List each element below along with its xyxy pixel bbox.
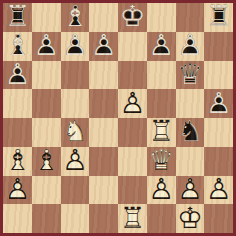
white-pawn-outline-icon: ♙ <box>147 176 176 205</box>
square-a6[interactable]: ♟♙ <box>3 61 32 90</box>
square-b1[interactable] <box>32 204 61 233</box>
white-pawn-e5[interactable]: ♟♙ <box>118 89 147 118</box>
square-e3[interactable] <box>118 147 147 176</box>
black-pawn-a6[interactable]: ♟♙ <box>3 61 32 90</box>
white-pawn-outline-icon: ♙ <box>204 176 233 205</box>
square-a1[interactable] <box>3 204 32 233</box>
square-d2[interactable] <box>89 176 118 205</box>
white-pawn-a2[interactable]: ♟♙ <box>3 176 32 205</box>
black-pawn-f7[interactable]: ♟♙ <box>147 32 176 61</box>
black-pawn-outline-icon: ♙ <box>32 32 61 61</box>
square-d5[interactable] <box>89 89 118 118</box>
black-pawn-outline-icon: ♙ <box>147 32 176 61</box>
square-f1[interactable] <box>147 204 176 233</box>
square-c3[interactable]: ♟♙ <box>61 147 90 176</box>
square-b3[interactable]: ♝♗ <box>32 147 61 176</box>
square-g1[interactable]: ♚♔ <box>176 204 205 233</box>
square-d1[interactable] <box>89 204 118 233</box>
black-queen-g6[interactable]: ♛♕ <box>176 61 205 90</box>
square-h4[interactable] <box>204 118 233 147</box>
black-king-outline-icon: ♔ <box>118 3 147 32</box>
white-bishop-outline-icon: ♗ <box>32 147 61 176</box>
square-e8[interactable]: ♚♔ <box>118 3 147 32</box>
square-d7[interactable]: ♟♙ <box>89 32 118 61</box>
square-a2[interactable]: ♟♙ <box>3 176 32 205</box>
square-f2[interactable]: ♟♙ <box>147 176 176 205</box>
white-pawn-c3[interactable]: ♟♙ <box>61 147 90 176</box>
black-pawn-c7[interactable]: ♟♙ <box>61 32 90 61</box>
square-h6[interactable] <box>204 61 233 90</box>
square-d4[interactable] <box>89 118 118 147</box>
black-knight-g4[interactable]: ♞♘ <box>176 118 205 147</box>
square-e4[interactable] <box>118 118 147 147</box>
square-c2[interactable] <box>61 176 90 205</box>
square-c7[interactable]: ♟♙ <box>61 32 90 61</box>
black-knight-outline-icon: ♘ <box>176 118 205 147</box>
white-pawn-outline-icon: ♙ <box>118 89 147 118</box>
square-g4[interactable]: ♞♘ <box>176 118 205 147</box>
black-pawn-h5[interactable]: ♟♙ <box>204 89 233 118</box>
square-b6[interactable] <box>32 61 61 90</box>
black-queen-outline-icon: ♕ <box>176 61 205 90</box>
square-h7[interactable] <box>204 32 233 61</box>
square-d6[interactable] <box>89 61 118 90</box>
square-c6[interactable] <box>61 61 90 90</box>
board-grid: ♜♖♝♗♚♔♜♖♝♗♟♙♟♙♟♙♟♙♟♙♟♙♛♕♟♙♟♙♞♘♜♖♞♘♝♗♝♗♟♙… <box>3 3 233 233</box>
black-king-e8[interactable]: ♚♔ <box>118 3 147 32</box>
square-f7[interactable]: ♟♙ <box>147 32 176 61</box>
square-e7[interactable] <box>118 32 147 61</box>
square-e1[interactable]: ♜♖ <box>118 204 147 233</box>
white-pawn-outline-icon: ♙ <box>61 147 90 176</box>
black-rook-h8[interactable]: ♜♖ <box>204 3 233 32</box>
white-pawn-h2[interactable]: ♟♙ <box>204 176 233 205</box>
square-e5[interactable]: ♟♙ <box>118 89 147 118</box>
white-bishop-b3[interactable]: ♝♗ <box>32 147 61 176</box>
square-g6[interactable]: ♛♕ <box>176 61 205 90</box>
white-pawn-f2[interactable]: ♟♙ <box>147 176 176 205</box>
white-rook-outline-icon: ♖ <box>118 204 147 233</box>
square-e2[interactable] <box>118 176 147 205</box>
square-b5[interactable] <box>32 89 61 118</box>
square-h2[interactable]: ♟♙ <box>204 176 233 205</box>
white-king-g1[interactable]: ♚♔ <box>176 204 205 233</box>
square-g2[interactable]: ♟♙ <box>176 176 205 205</box>
square-h8[interactable]: ♜♖ <box>204 3 233 32</box>
square-c1[interactable] <box>61 204 90 233</box>
black-pawn-outline-icon: ♙ <box>204 89 233 118</box>
black-pawn-outline-icon: ♙ <box>3 61 32 90</box>
square-a5[interactable] <box>3 89 32 118</box>
square-b7[interactable]: ♟♙ <box>32 32 61 61</box>
white-pawn-outline-icon: ♙ <box>3 176 32 205</box>
black-pawn-outline-icon: ♙ <box>61 32 90 61</box>
square-d3[interactable] <box>89 147 118 176</box>
black-pawn-b7[interactable]: ♟♙ <box>32 32 61 61</box>
square-h1[interactable] <box>204 204 233 233</box>
chess-board: ♜♖♝♗♚♔♜♖♝♗♟♙♟♙♟♙♟♙♟♙♟♙♛♕♟♙♟♙♞♘♜♖♞♘♝♗♝♗♟♙… <box>0 0 236 236</box>
square-h5[interactable]: ♟♙ <box>204 89 233 118</box>
black-pawn-d7[interactable]: ♟♙ <box>89 32 118 61</box>
white-pawn-g2[interactable]: ♟♙ <box>176 176 205 205</box>
black-rook-outline-icon: ♖ <box>204 3 233 32</box>
square-f6[interactable] <box>147 61 176 90</box>
square-e6[interactable] <box>118 61 147 90</box>
black-pawn-outline-icon: ♙ <box>89 32 118 61</box>
white-king-outline-icon: ♔ <box>176 204 205 233</box>
square-b2[interactable] <box>32 176 61 205</box>
white-rook-e1[interactable]: ♜♖ <box>118 204 147 233</box>
white-pawn-outline-icon: ♙ <box>176 176 205 205</box>
